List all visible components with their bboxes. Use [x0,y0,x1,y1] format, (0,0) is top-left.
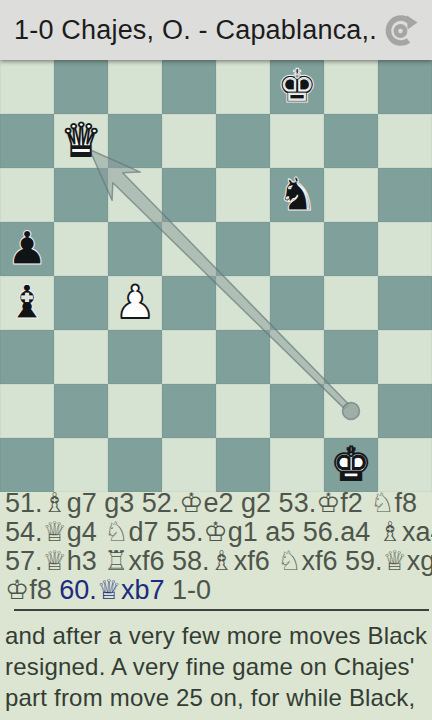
square-e7[interactable] [216,114,270,168]
square-g2[interactable] [324,384,378,438]
square-h3[interactable] [378,330,432,384]
flip-board-button[interactable] [378,7,424,53]
square-a2[interactable] [0,384,54,438]
square-g7[interactable] [324,114,378,168]
square-b7[interactable]: ♛ [54,114,108,168]
square-d8[interactable] [162,60,216,114]
square-c8[interactable] [108,60,162,114]
square-c5[interactable] [108,222,162,276]
chess-app-window: 1-0 Chajes, O. - Capablanca,... ♚♛♞♟♝♟♚ … [0,0,432,720]
black-knight[interactable]: ♞ [276,171,317,217]
square-h7[interactable] [378,114,432,168]
square-e2[interactable] [216,384,270,438]
square-b4[interactable] [54,276,108,330]
square-g3[interactable] [324,330,378,384]
square-b3[interactable] [54,330,108,384]
square-h5[interactable] [378,222,432,276]
square-g4[interactable] [324,276,378,330]
white-queen[interactable]: ♛ [60,117,101,163]
square-h2[interactable] [378,384,432,438]
square-e8[interactable] [216,60,270,114]
square-d5[interactable] [162,222,216,276]
black-bishop[interactable]: ♝ [6,279,47,325]
divider-line [14,609,429,611]
square-c7[interactable] [108,114,162,168]
square-c2[interactable] [108,384,162,438]
square-d2[interactable] [162,384,216,438]
square-h1[interactable] [378,438,432,492]
rotate-arrowhead [407,16,418,30]
move-line[interactable]: 51.♗g7 g3 52.♔e2 g2 53.♔f2 ♘f8 [5,492,429,518]
square-d6[interactable] [162,168,216,222]
square-g1[interactable]: ♚ [324,438,378,492]
square-b5[interactable] [54,222,108,276]
white-king[interactable]: ♚ [330,441,371,487]
square-b6[interactable] [54,168,108,222]
square-f4[interactable] [270,276,324,330]
moves-before-current[interactable]: ♔f8 [5,575,59,605]
square-a3[interactable] [0,330,54,384]
chess-board[interactable]: ♚♛♞♟♝♟♚ [0,60,432,492]
square-g8[interactable] [324,60,378,114]
move-line[interactable]: 57.♕h3 ♖xf6 58.♗xf6 ♘xf6 59.♕xg2+ [5,547,429,576]
current-move[interactable]: 60.♕xb7 [59,575,164,605]
square-f3[interactable] [270,330,324,384]
square-a5[interactable]: ♟ [0,222,54,276]
square-d3[interactable] [162,330,216,384]
game-result[interactable]: 1-0 [165,575,212,605]
square-e6[interactable] [216,168,270,222]
square-g6[interactable] [324,168,378,222]
square-d1[interactable] [162,438,216,492]
square-f7[interactable] [270,114,324,168]
square-e3[interactable] [216,330,270,384]
game-title: 1-0 Chajes, O. - Capablanca,... [14,15,378,46]
square-b2[interactable] [54,384,108,438]
square-a7[interactable] [0,114,54,168]
move-line-current[interactable]: ♔f8 60.♕xb7 1-0 [5,576,429,605]
square-h8[interactable] [378,60,432,114]
square-f6[interactable]: ♞ [270,168,324,222]
black-king[interactable]: ♚ [276,63,317,109]
square-f2[interactable] [270,384,324,438]
square-a6[interactable] [0,168,54,222]
move-list[interactable]: 51.♗g7 g3 52.♔e2 g2 53.♔f2 ♘f854.♕g4 ♘d7… [5,492,429,605]
square-a1[interactable] [0,438,54,492]
square-c4[interactable]: ♟ [108,276,162,330]
square-a4[interactable]: ♝ [0,276,54,330]
square-b1[interactable] [54,438,108,492]
square-e4[interactable] [216,276,270,330]
square-f8[interactable]: ♚ [270,60,324,114]
square-c1[interactable] [108,438,162,492]
square-c6[interactable] [108,168,162,222]
square-e1[interactable] [216,438,270,492]
square-a8[interactable] [0,60,54,114]
title-bar: 1-0 Chajes, O. - Capablanca,... [0,0,432,60]
move-line[interactable]: 54.♕g4 ♘d7 55.♔g1 a5 56.a4 ♗xa4 [5,518,429,547]
notation-panel[interactable]: 51.♗g7 g3 52.♔e2 g2 53.♔f2 ♘f854.♕g4 ♘d7… [0,492,432,720]
square-d4[interactable] [162,276,216,330]
square-c3[interactable] [108,330,162,384]
square-e5[interactable] [216,222,270,276]
square-h6[interactable] [378,168,432,222]
square-f1[interactable] [270,438,324,492]
white-pawn[interactable]: ♟ [114,279,155,325]
black-pawn[interactable]: ♟ [6,225,47,271]
square-f5[interactable] [270,222,324,276]
rotate-board-icon [380,9,422,51]
square-b8[interactable] [54,60,108,114]
square-d7[interactable] [162,114,216,168]
square-h4[interactable] [378,276,432,330]
square-g5[interactable] [324,222,378,276]
commentary-text: and after a very few more moves Black re… [5,620,429,720]
